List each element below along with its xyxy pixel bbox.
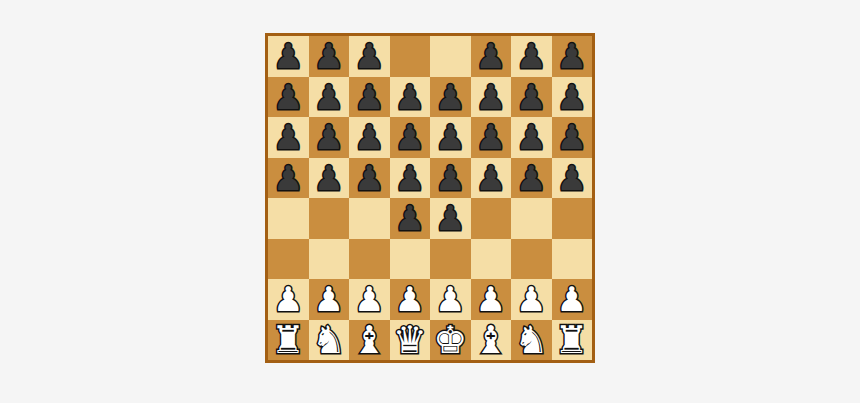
square-a1[interactable] (268, 320, 309, 361)
square-h6[interactable] (552, 117, 593, 158)
square-a5[interactable] (268, 158, 309, 199)
square-h4[interactable] (552, 198, 593, 239)
black-pawn (471, 36, 512, 77)
square-h8[interactable] (552, 36, 593, 77)
square-g6[interactable] (511, 117, 552, 158)
square-b8[interactable] (309, 36, 350, 77)
square-e8[interactable] (430, 36, 471, 77)
square-f1[interactable] (471, 320, 512, 361)
square-e1[interactable] (430, 320, 471, 361)
black-pawn (390, 117, 431, 158)
square-c3[interactable] (349, 239, 390, 280)
square-e2[interactable] (430, 279, 471, 320)
square-g8[interactable] (511, 36, 552, 77)
square-b4[interactable] (309, 198, 350, 239)
black-pawn (268, 158, 309, 199)
black-pawn (511, 36, 552, 77)
chess-board (265, 33, 595, 363)
square-d6[interactable] (390, 117, 431, 158)
square-e6[interactable] (430, 117, 471, 158)
black-pawn (268, 36, 309, 77)
square-f5[interactable] (471, 158, 512, 199)
square-c5[interactable] (349, 158, 390, 199)
black-pawn (552, 158, 593, 199)
black-pawn (268, 77, 309, 118)
square-b5[interactable] (309, 158, 350, 199)
white-pawn (430, 279, 471, 320)
square-h7[interactable] (552, 77, 593, 118)
square-b6[interactable] (309, 117, 350, 158)
white-queen (390, 320, 431, 361)
black-pawn (471, 77, 512, 118)
square-c1[interactable] (349, 320, 390, 361)
square-f6[interactable] (471, 117, 512, 158)
black-pawn (471, 158, 512, 199)
square-c4[interactable] (349, 198, 390, 239)
square-f8[interactable] (471, 36, 512, 77)
square-b7[interactable] (309, 77, 350, 118)
black-pawn (349, 77, 390, 118)
white-knight (309, 320, 350, 361)
white-king (430, 320, 471, 361)
square-a3[interactable] (268, 239, 309, 280)
black-pawn (390, 158, 431, 199)
square-g1[interactable] (511, 320, 552, 361)
black-pawn (511, 77, 552, 118)
white-rook (268, 320, 309, 361)
black-pawn (268, 117, 309, 158)
white-bishop (349, 320, 390, 361)
square-h3[interactable] (552, 239, 593, 280)
square-a6[interactable] (268, 117, 309, 158)
square-e5[interactable] (430, 158, 471, 199)
black-pawn (552, 77, 593, 118)
black-pawn (390, 77, 431, 118)
square-a4[interactable] (268, 198, 309, 239)
square-h1[interactable] (552, 320, 593, 361)
page-background (0, 0, 860, 403)
square-c2[interactable] (349, 279, 390, 320)
black-pawn (511, 117, 552, 158)
square-e7[interactable] (430, 77, 471, 118)
square-f4[interactable] (471, 198, 512, 239)
square-h2[interactable] (552, 279, 593, 320)
square-d1[interactable] (390, 320, 431, 361)
square-g3[interactable] (511, 239, 552, 280)
white-pawn (349, 279, 390, 320)
square-a8[interactable] (268, 36, 309, 77)
white-pawn (552, 279, 593, 320)
black-pawn (511, 158, 552, 199)
white-bishop (471, 320, 512, 361)
black-pawn (349, 117, 390, 158)
white-pawn (511, 279, 552, 320)
black-pawn (430, 198, 471, 239)
square-g2[interactable] (511, 279, 552, 320)
white-pawn (268, 279, 309, 320)
square-f7[interactable] (471, 77, 512, 118)
square-g7[interactable] (511, 77, 552, 118)
square-c8[interactable] (349, 36, 390, 77)
square-a7[interactable] (268, 77, 309, 118)
square-d7[interactable] (390, 77, 431, 118)
black-pawn (471, 117, 512, 158)
square-a2[interactable] (268, 279, 309, 320)
black-pawn (430, 158, 471, 199)
square-g5[interactable] (511, 158, 552, 199)
square-d8[interactable] (390, 36, 431, 77)
square-d4[interactable] (390, 198, 431, 239)
square-e3[interactable] (430, 239, 471, 280)
black-pawn (552, 36, 593, 77)
square-b1[interactable] (309, 320, 350, 361)
square-h5[interactable] (552, 158, 593, 199)
black-pawn (552, 117, 593, 158)
white-pawn (390, 279, 431, 320)
square-b2[interactable] (309, 279, 350, 320)
white-pawn (471, 279, 512, 320)
white-knight (511, 320, 552, 361)
square-g4[interactable] (511, 198, 552, 239)
black-pawn (349, 158, 390, 199)
square-b3[interactable] (309, 239, 350, 280)
black-pawn (430, 117, 471, 158)
white-pawn (309, 279, 350, 320)
black-pawn (430, 77, 471, 118)
square-c7[interactable] (349, 77, 390, 118)
black-pawn (309, 36, 350, 77)
square-f3[interactable] (471, 239, 512, 280)
square-d2[interactable] (390, 279, 431, 320)
square-e4[interactable] (430, 198, 471, 239)
square-d5[interactable] (390, 158, 431, 199)
white-rook (552, 320, 593, 361)
black-pawn (309, 117, 350, 158)
square-f2[interactable] (471, 279, 512, 320)
black-pawn (309, 158, 350, 199)
black-pawn (390, 198, 431, 239)
square-c6[interactable] (349, 117, 390, 158)
square-d3[interactable] (390, 239, 431, 280)
black-pawn (309, 77, 350, 118)
black-pawn (349, 36, 390, 77)
